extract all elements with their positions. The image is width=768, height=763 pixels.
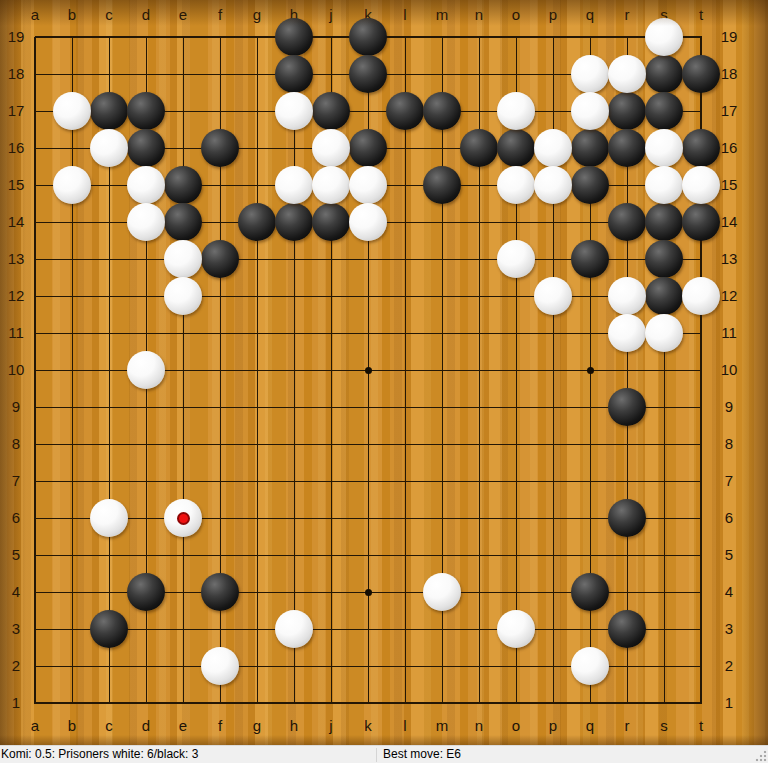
row-label-right: 19 bbox=[714, 28, 744, 46]
column-label-top: c bbox=[97, 6, 121, 24]
column-label-bottom: k bbox=[356, 717, 380, 735]
stone-white-s15 bbox=[645, 166, 683, 204]
stone-black-r9 bbox=[608, 388, 646, 426]
star-point bbox=[587, 367, 594, 374]
column-label-top: t bbox=[689, 6, 713, 24]
resize-grip-icon[interactable] bbox=[755, 750, 767, 762]
stone-black-q13 bbox=[571, 240, 609, 278]
stone-white-r11 bbox=[608, 314, 646, 352]
stone-black-f13 bbox=[201, 240, 239, 278]
star-point bbox=[365, 367, 372, 374]
row-label-left: 3 bbox=[1, 620, 31, 638]
stone-white-h17 bbox=[275, 92, 313, 130]
row-label-left: 2 bbox=[1, 657, 31, 675]
stone-black-r16 bbox=[608, 129, 646, 167]
column-label-top: g bbox=[245, 6, 269, 24]
star-point bbox=[365, 589, 372, 596]
grid-line-horizontal bbox=[35, 407, 702, 408]
row-label-left: 11 bbox=[1, 324, 31, 342]
stone-black-k19 bbox=[349, 18, 387, 56]
column-label-bottom: j bbox=[319, 717, 343, 735]
column-label-bottom: f bbox=[208, 717, 232, 735]
stone-white-t15 bbox=[682, 166, 720, 204]
row-label-left: 7 bbox=[1, 472, 31, 490]
row-label-left: 1 bbox=[1, 694, 31, 712]
stone-white-b17 bbox=[53, 92, 91, 130]
column-label-top: b bbox=[60, 6, 84, 24]
stone-white-q18 bbox=[571, 55, 609, 93]
column-label-bottom: n bbox=[467, 717, 491, 735]
row-label-right: 6 bbox=[714, 509, 744, 527]
status-bar: Komi: 0.5: Prisoners white: 6/black: 3 B… bbox=[0, 745, 768, 763]
row-label-left: 12 bbox=[1, 287, 31, 305]
column-label-top: e bbox=[171, 6, 195, 24]
stone-black-t16 bbox=[682, 129, 720, 167]
stone-black-r14 bbox=[608, 203, 646, 241]
stone-black-r3 bbox=[608, 610, 646, 648]
stone-black-m17 bbox=[423, 92, 461, 130]
stone-black-e15 bbox=[164, 166, 202, 204]
column-label-top: j bbox=[319, 6, 343, 24]
stone-black-f16 bbox=[201, 129, 239, 167]
column-label-bottom: t bbox=[689, 717, 713, 735]
stone-white-h3 bbox=[275, 610, 313, 648]
stone-white-r12 bbox=[608, 277, 646, 315]
last-move-marker bbox=[177, 512, 190, 525]
stone-white-m4 bbox=[423, 573, 461, 611]
row-label-left: 13 bbox=[1, 250, 31, 268]
column-label-bottom: r bbox=[615, 717, 639, 735]
column-label-top: q bbox=[578, 6, 602, 24]
row-label-left: 4 bbox=[1, 583, 31, 601]
row-label-left: 5 bbox=[1, 546, 31, 564]
stone-white-k14 bbox=[349, 203, 387, 241]
row-label-right: 10 bbox=[714, 361, 744, 379]
stone-black-q15 bbox=[571, 166, 609, 204]
stone-white-j15 bbox=[312, 166, 350, 204]
column-label-bottom: b bbox=[60, 717, 84, 735]
column-label-top: o bbox=[504, 6, 528, 24]
row-label-right: 17 bbox=[714, 102, 744, 120]
status-best-move: Best move: E6 bbox=[383, 746, 461, 763]
row-label-left: 8 bbox=[1, 435, 31, 453]
status-divider bbox=[376, 748, 377, 762]
stone-black-t18 bbox=[682, 55, 720, 93]
stone-black-r17 bbox=[608, 92, 646, 130]
grid-line-horizontal bbox=[35, 555, 702, 556]
row-label-left: 10 bbox=[1, 361, 31, 379]
stone-white-f2 bbox=[201, 647, 239, 685]
row-label-right: 1 bbox=[714, 694, 744, 712]
stone-white-p12 bbox=[534, 277, 572, 315]
stone-white-d10 bbox=[127, 351, 165, 389]
stone-black-h19 bbox=[275, 18, 313, 56]
column-label-top: p bbox=[541, 6, 565, 24]
stone-black-d17 bbox=[127, 92, 165, 130]
stone-white-r18 bbox=[608, 55, 646, 93]
row-label-left: 6 bbox=[1, 509, 31, 527]
column-label-bottom: m bbox=[430, 717, 454, 735]
row-label-left: 15 bbox=[1, 176, 31, 194]
stone-black-d4 bbox=[127, 573, 165, 611]
stone-black-t14 bbox=[682, 203, 720, 241]
stone-white-c16 bbox=[90, 129, 128, 167]
row-label-right: 5 bbox=[714, 546, 744, 564]
stone-white-s11 bbox=[645, 314, 683, 352]
column-label-bottom: o bbox=[504, 717, 528, 735]
column-label-top: m bbox=[430, 6, 454, 24]
stone-black-c17 bbox=[90, 92, 128, 130]
stone-black-c3 bbox=[90, 610, 128, 648]
stone-black-e14 bbox=[164, 203, 202, 241]
row-label-right: 4 bbox=[714, 583, 744, 601]
row-label-left: 14 bbox=[1, 213, 31, 231]
grid-line-horizontal bbox=[35, 629, 702, 630]
column-label-top: d bbox=[134, 6, 158, 24]
stone-white-o13 bbox=[497, 240, 535, 278]
row-label-right: 2 bbox=[714, 657, 744, 675]
row-label-right: 3 bbox=[714, 620, 744, 638]
stone-white-q2 bbox=[571, 647, 609, 685]
grid-line-horizontal bbox=[35, 702, 702, 704]
go-board[interactable]: aabbccddeeffgghhjjkkllmmnnooppqqrrsstt19… bbox=[0, 0, 768, 745]
row-label-right: 8 bbox=[714, 435, 744, 453]
row-label-right: 9 bbox=[714, 398, 744, 416]
column-label-bottom: s bbox=[652, 717, 676, 735]
stone-black-k18 bbox=[349, 55, 387, 93]
column-label-bottom: l bbox=[393, 717, 417, 735]
stone-black-s13 bbox=[645, 240, 683, 278]
stone-white-k15 bbox=[349, 166, 387, 204]
stone-black-n16 bbox=[460, 129, 498, 167]
stone-black-k16 bbox=[349, 129, 387, 167]
stone-black-j17 bbox=[312, 92, 350, 130]
stone-white-d15 bbox=[127, 166, 165, 204]
stone-black-f4 bbox=[201, 573, 239, 611]
stone-black-s12 bbox=[645, 277, 683, 315]
stone-white-q17 bbox=[571, 92, 609, 130]
grid-line-horizontal bbox=[35, 518, 702, 519]
stone-black-q16 bbox=[571, 129, 609, 167]
row-label-left: 16 bbox=[1, 139, 31, 157]
stone-black-d16 bbox=[127, 129, 165, 167]
column-label-bottom: e bbox=[171, 717, 195, 735]
column-label-bottom: d bbox=[134, 717, 158, 735]
stone-white-j16 bbox=[312, 129, 350, 167]
column-label-bottom: p bbox=[541, 717, 565, 735]
stone-white-t12 bbox=[682, 277, 720, 315]
stone-black-h18 bbox=[275, 55, 313, 93]
stone-black-q4 bbox=[571, 573, 609, 611]
row-label-left: 17 bbox=[1, 102, 31, 120]
column-label-top: f bbox=[208, 6, 232, 24]
stone-white-p16 bbox=[534, 129, 572, 167]
column-label-bottom: a bbox=[23, 717, 47, 735]
column-label-top: r bbox=[615, 6, 639, 24]
stone-white-o3 bbox=[497, 610, 535, 648]
stone-white-o15 bbox=[497, 166, 535, 204]
column-label-bottom: q bbox=[578, 717, 602, 735]
stone-white-c6 bbox=[90, 499, 128, 537]
stone-white-p15 bbox=[534, 166, 572, 204]
stone-black-s18 bbox=[645, 55, 683, 93]
column-label-bottom: h bbox=[282, 717, 306, 735]
stone-black-s14 bbox=[645, 203, 683, 241]
column-label-top: a bbox=[23, 6, 47, 24]
stone-black-r6 bbox=[608, 499, 646, 537]
column-label-bottom: c bbox=[97, 717, 121, 735]
stone-black-j14 bbox=[312, 203, 350, 241]
stone-black-l17 bbox=[386, 92, 424, 130]
row-label-left: 19 bbox=[1, 28, 31, 46]
stone-white-h15 bbox=[275, 166, 313, 204]
column-label-top: l bbox=[393, 6, 417, 24]
stone-white-s16 bbox=[645, 129, 683, 167]
row-label-left: 18 bbox=[1, 65, 31, 83]
row-label-right: 7 bbox=[714, 472, 744, 490]
row-label-right: 13 bbox=[714, 250, 744, 268]
grid-line-horizontal bbox=[35, 444, 702, 445]
column-label-top: n bbox=[467, 6, 491, 24]
stone-white-o17 bbox=[497, 92, 535, 130]
stone-black-s17 bbox=[645, 92, 683, 130]
column-label-bottom: g bbox=[245, 717, 269, 735]
stone-white-e13 bbox=[164, 240, 202, 278]
stone-black-h14 bbox=[275, 203, 313, 241]
row-label-left: 9 bbox=[1, 398, 31, 416]
grid-line-vertical bbox=[405, 37, 406, 704]
status-komi-prisoners: Komi: 0.5: Prisoners white: 6/black: 3 bbox=[1, 746, 198, 763]
stone-white-d14 bbox=[127, 203, 165, 241]
stone-white-e12 bbox=[164, 277, 202, 315]
stone-black-g14 bbox=[238, 203, 276, 241]
stone-white-s19 bbox=[645, 18, 683, 56]
stone-black-m15 bbox=[423, 166, 461, 204]
stone-white-b15 bbox=[53, 166, 91, 204]
row-label-right: 11 bbox=[714, 324, 744, 342]
stone-black-o16 bbox=[497, 129, 535, 167]
grid-line-horizontal bbox=[35, 481, 702, 482]
